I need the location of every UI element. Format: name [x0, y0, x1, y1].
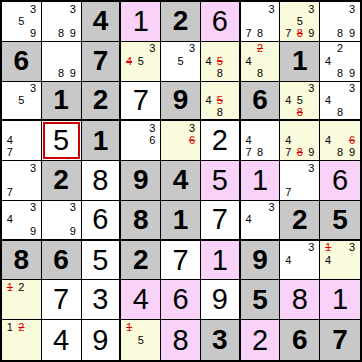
- solved-digit: 8: [92, 166, 108, 195]
- candidate-grid: 458: [203, 83, 237, 119]
- candidate-grid: 2489: [322, 43, 358, 80]
- candidate-digit: 9: [346, 67, 358, 79]
- solved-digit: 9: [212, 285, 228, 314]
- candidate-grid: 359: [4, 3, 39, 40]
- cell-r5c4[interactable]: 9: [121, 161, 161, 201]
- cell-r7c9[interactable]: 134: [320, 241, 360, 281]
- candidate-grid: 134: [322, 242, 358, 279]
- cell-r3c1[interactable]: 35: [2, 82, 42, 122]
- cell-r4c5[interactable]: 36: [161, 121, 201, 161]
- candidate-digit: 4: [243, 135, 255, 147]
- cell-r6c7[interactable]: 34: [241, 201, 281, 241]
- cell-r9c8[interactable]: 6: [280, 320, 320, 360]
- cell-r4c9[interactable]: 4689: [320, 121, 360, 161]
- candidate-digit: 2: [334, 43, 346, 55]
- cell-r4c1[interactable]: 47: [2, 121, 42, 161]
- solved-digit: 8: [172, 326, 188, 355]
- solved-digit: 1: [212, 246, 228, 275]
- eliminated-candidate: 1: [322, 242, 334, 254]
- cell-r6c1[interactable]: 349: [2, 201, 42, 241]
- cell-r6c9[interactable]: 5: [320, 201, 360, 241]
- solved-digit: 1: [133, 7, 149, 36]
- candidate-digit: 8: [334, 67, 346, 79]
- candidate-digit: 8: [55, 28, 67, 40]
- candidate-digit: 8: [334, 28, 346, 40]
- candidate-digit: 5: [294, 15, 306, 27]
- cell-r8c4[interactable]: 4: [121, 280, 161, 320]
- solved-digit: 6: [212, 7, 228, 36]
- cell-r6c3[interactable]: 6: [82, 201, 122, 241]
- candidate-grid: 35: [163, 43, 198, 80]
- candidate-digit: 3: [27, 3, 39, 15]
- cell-r7c1[interactable]: 8: [2, 241, 42, 281]
- given-digit: 7: [332, 326, 348, 354]
- given-digit: 6: [53, 246, 69, 274]
- cell-r8c3[interactable]: 3: [82, 280, 122, 320]
- candidate-digit: 7: [282, 147, 294, 159]
- cell-r6c2[interactable]: 39: [42, 201, 82, 241]
- candidate-digit: 8: [254, 147, 266, 159]
- eliminated-candidate: 6: [186, 135, 198, 147]
- eliminated-candidate: 5: [214, 94, 225, 106]
- candidate-digit: 4: [203, 55, 214, 67]
- candidate-grid: 248: [243, 43, 278, 80]
- candidate-digit: 2: [16, 281, 28, 293]
- cell-r5c1[interactable]: 37: [2, 161, 42, 201]
- cell-r8c5[interactable]: 6: [161, 280, 201, 320]
- cell-r6c5[interactable]: 1: [161, 201, 201, 241]
- cell-r1c2[interactable]: 389: [42, 2, 82, 42]
- candidate-grid: 35: [4, 83, 39, 119]
- cell-r3c8[interactable]: 3458: [280, 82, 320, 122]
- candidate-digit: 5: [175, 55, 187, 67]
- solved-digit: 6: [92, 205, 108, 234]
- candidate-digit: 4: [4, 214, 16, 226]
- cell-r1c8[interactable]: 35789: [280, 2, 320, 42]
- candidate-digit: 3: [306, 83, 318, 95]
- given-digit: 8: [133, 206, 149, 234]
- solved-digit: 5: [53, 126, 69, 155]
- candidate-digit: 7: [4, 187, 16, 199]
- cell-r2c9[interactable]: 2489: [320, 42, 360, 82]
- solved-digit: 9: [92, 326, 108, 355]
- candidate-digit: 4: [322, 135, 334, 147]
- given-digit: 6: [252, 86, 268, 114]
- eliminated-candidate: 8: [294, 28, 306, 40]
- cell-r4c2[interactable]: 5: [42, 121, 82, 161]
- solved-digit: 2: [252, 326, 268, 355]
- candidate-digit: 3: [147, 122, 159, 134]
- cell-r4c3[interactable]: 1: [82, 121, 122, 161]
- candidate-grid: 39: [44, 202, 79, 238]
- cell-r5c3[interactable]: 8: [82, 161, 122, 201]
- candidate-grid: 3458: [282, 83, 317, 119]
- solved-digit: 5: [92, 246, 108, 275]
- eliminated-candidate: 8: [294, 106, 306, 118]
- candidate-digit: 4: [203, 94, 214, 106]
- solved-digit: 7: [212, 205, 228, 234]
- candidate-grid: 12: [4, 281, 39, 318]
- cell-r8c1[interactable]: 12: [2, 280, 42, 320]
- cell-r1c3[interactable]: 4: [82, 2, 122, 42]
- candidate-digit: 8: [334, 147, 346, 159]
- candidate-grid: 37: [4, 162, 39, 199]
- candidate-digit: 9: [306, 147, 318, 159]
- candidate-grid: 378: [243, 3, 278, 40]
- eliminated-candidate: 5: [214, 55, 225, 67]
- candidate-digit: 5: [16, 94, 28, 106]
- given-digit: 1: [173, 206, 189, 234]
- cell-r6c6[interactable]: 7: [201, 201, 241, 241]
- cell-r7c6[interactable]: 1: [201, 241, 241, 281]
- candidate-grid: 349: [4, 202, 39, 238]
- solved-digit: 8: [292, 285, 308, 314]
- candidate-digit: 8: [214, 106, 225, 118]
- cell-r5c8[interactable]: 37: [280, 161, 320, 201]
- given-digit: 9: [133, 166, 149, 194]
- given-digit: 1: [292, 47, 308, 75]
- cell-r9c9[interactable]: 7: [320, 320, 360, 360]
- given-digit: 1: [93, 127, 109, 155]
- given-digit: 2: [173, 7, 189, 35]
- eliminated-candidate: 1: [4, 281, 16, 293]
- candidate-digit: 7: [243, 28, 255, 40]
- candidate-grid: 4689: [322, 122, 358, 159]
- given-digit: 7: [93, 47, 109, 75]
- candidate-grid: 89: [44, 43, 79, 80]
- cell-r1c9[interactable]: 389: [320, 2, 360, 42]
- cell-r2c3[interactable]: 7: [82, 42, 122, 82]
- candidate-digit: 3: [186, 122, 198, 134]
- cell-r2c2[interactable]: 89: [42, 42, 82, 82]
- candidate-digit: 9: [346, 147, 358, 159]
- cell-r5c9[interactable]: 6: [320, 161, 360, 201]
- candidate-grid: 478: [243, 122, 278, 159]
- cell-r1c7[interactable]: 378: [241, 2, 281, 42]
- candidate-digit: 8: [254, 28, 266, 40]
- cell-r9c3[interactable]: 9: [82, 320, 122, 360]
- candidate-grid: 389: [322, 3, 358, 40]
- candidate-digit: 8: [214, 67, 225, 79]
- cell-r1c5[interactable]: 2: [161, 2, 201, 42]
- cell-r4c8[interactable]: 4789: [280, 121, 320, 161]
- candidate-digit: 9: [27, 226, 39, 238]
- cell-r3c4[interactable]: 7: [121, 82, 161, 122]
- candidate-digit: 7: [243, 147, 255, 159]
- cell-r3c6[interactable]: 458: [201, 82, 241, 122]
- candidate-digit: 9: [67, 226, 79, 238]
- candidate-grid: 35789: [282, 3, 317, 40]
- candidate-grid: 34: [282, 242, 317, 279]
- candidate-digit: 3: [266, 202, 278, 214]
- candidate-digit: 3: [67, 3, 79, 15]
- candidate-grid: 345: [123, 43, 158, 80]
- cell-r7c8[interactable]: 34: [280, 241, 320, 281]
- eliminated-candidate: 4: [123, 55, 135, 67]
- cell-r9c7[interactable]: 2: [241, 320, 281, 360]
- candidate-grid: 36: [123, 122, 158, 159]
- given-digit: 9: [252, 246, 268, 274]
- cell-r4c6[interactable]: 2: [201, 121, 241, 161]
- candidate-digit: 8: [334, 106, 346, 118]
- candidate-grid: 12: [4, 321, 39, 359]
- solved-digit: 7: [133, 86, 149, 115]
- solved-digit: 4: [53, 326, 69, 355]
- candidate-digit: 3: [346, 3, 358, 15]
- candidate-digit: 4: [243, 214, 255, 226]
- solved-digit: 4: [133, 285, 149, 314]
- candidate-digit: 1: [4, 321, 16, 334]
- candidate-digit: 6: [147, 135, 159, 147]
- cell-r3c2[interactable]: 1: [42, 82, 82, 122]
- given-digit: 4: [173, 166, 189, 194]
- candidate-digit: 4: [322, 254, 334, 266]
- cell-r8c6[interactable]: 9: [201, 280, 241, 320]
- candidate-digit: 5: [16, 15, 28, 27]
- eliminated-candidate: 8: [294, 147, 306, 159]
- candidate-grid: 389: [44, 3, 79, 40]
- candidate-digit: 5: [294, 94, 306, 106]
- candidate-digit: 3: [306, 162, 318, 174]
- given-digit: 2: [133, 246, 149, 274]
- cell-r2c5[interactable]: 35: [161, 42, 201, 82]
- candidate-digit: 3: [186, 43, 198, 55]
- given-digit: 2: [292, 206, 308, 234]
- candidate-digit: 9: [346, 28, 358, 40]
- given-digit: 9: [173, 86, 189, 114]
- candidate-digit: 7: [282, 187, 294, 199]
- candidate-digit: 4: [322, 55, 334, 67]
- candidate-digit: 3: [27, 83, 39, 95]
- given-digit: 1: [53, 86, 69, 114]
- candidate-grid: 4789: [282, 122, 317, 159]
- solved-digit: 7: [53, 285, 69, 314]
- cell-r2c7[interactable]: 248: [241, 42, 281, 82]
- solved-digit: 1: [252, 166, 268, 195]
- solved-digit: 6: [172, 285, 188, 314]
- cell-r9c6[interactable]: 3: [201, 320, 241, 360]
- cell-r8c8[interactable]: 8: [280, 280, 320, 320]
- given-digit: 4: [93, 7, 109, 35]
- cell-r9c4[interactable]: 15: [121, 320, 161, 360]
- candidate-digit: 3: [306, 242, 318, 254]
- cell-r6c4[interactable]: 8: [121, 201, 161, 241]
- cell-r7c2[interactable]: 6: [42, 241, 82, 281]
- candidate-digit: 4: [322, 94, 334, 106]
- given-digit: 5: [252, 286, 268, 314]
- candidate-digit: 3: [266, 3, 278, 15]
- cell-r9c2[interactable]: 4: [42, 320, 82, 360]
- candidate-digit: 3: [67, 202, 79, 214]
- cell-r1c6[interactable]: 6: [201, 2, 241, 42]
- candidate-grid: 348: [322, 83, 358, 119]
- cell-r2c4[interactable]: 345: [121, 42, 161, 82]
- given-digit: 3: [212, 326, 228, 354]
- candidate-digit: 9: [306, 28, 318, 40]
- candidate-digit: 3: [306, 3, 318, 15]
- sudoku-board: 3593894126378357893896897345354582481248…: [0, 0, 362, 362]
- candidate-digit: 4: [282, 94, 294, 106]
- candidate-grid: 47: [4, 122, 39, 159]
- cell-r1c4[interactable]: 1: [121, 2, 161, 42]
- cell-r1c1[interactable]: 359: [2, 2, 42, 42]
- candidate-digit: 8: [254, 67, 266, 79]
- candidate-digit: 3: [147, 43, 159, 55]
- candidate-grid: 34: [243, 202, 278, 238]
- cell-r7c3[interactable]: 5: [82, 241, 122, 281]
- cell-r4c4[interactable]: 36: [121, 121, 161, 161]
- candidate-digit: 9: [67, 28, 79, 40]
- candidate-digit: 3: [27, 202, 39, 214]
- cell-r8c2[interactable]: 7: [42, 280, 82, 320]
- given-digit: 6: [14, 47, 30, 75]
- solved-digit: 6: [332, 166, 348, 195]
- cell-r7c7[interactable]: 9: [241, 241, 281, 281]
- cell-r7c5[interactable]: 7: [161, 241, 201, 281]
- candidate-digit: 9: [27, 28, 39, 40]
- cell-r3c3[interactable]: 2: [82, 82, 122, 122]
- eliminated-candidate: 2: [16, 321, 28, 334]
- given-digit: 6: [292, 326, 308, 354]
- candidate-digit: 9: [67, 67, 79, 79]
- candidate-digit: 4: [282, 254, 294, 266]
- candidate-digit: 7: [4, 147, 16, 159]
- candidate-digit: 7: [282, 28, 294, 40]
- candidate-grid: 15: [123, 321, 158, 359]
- cell-r3c7[interactable]: 6: [241, 82, 281, 122]
- candidate-digit: 8: [55, 67, 67, 79]
- cell-r3c9[interactable]: 348: [320, 82, 360, 122]
- eliminated-candidate: 2: [254, 43, 266, 55]
- solved-digit: 2: [212, 126, 228, 155]
- cell-r6c8[interactable]: 2: [280, 201, 320, 241]
- candidate-digit: 5: [135, 334, 147, 347]
- cell-r2c6[interactable]: 458: [201, 42, 241, 82]
- given-digit: 5: [332, 206, 348, 234]
- solved-digit: 5: [212, 166, 228, 195]
- candidate-digit: 3: [346, 242, 358, 254]
- cell-r2c8[interactable]: 1: [280, 42, 320, 82]
- given-digit: 2: [93, 86, 109, 114]
- candidate-digit: 4: [282, 135, 294, 147]
- cell-r5c7[interactable]: 1: [241, 161, 281, 201]
- solved-digit: 1: [332, 285, 348, 314]
- solved-digit: 7: [172, 246, 188, 275]
- cell-r3c5[interactable]: 9: [161, 82, 201, 122]
- candidate-grid: 37: [282, 162, 317, 199]
- given-digit: 8: [14, 246, 30, 274]
- cell-r8c7[interactable]: 5: [241, 280, 281, 320]
- cell-r4c7[interactable]: 478: [241, 121, 281, 161]
- eliminated-candidate: 6: [346, 135, 358, 147]
- cell-r5c6[interactable]: 5: [201, 161, 241, 201]
- candidate-digit: 4: [243, 55, 255, 67]
- candidate-digit: 5: [135, 55, 147, 67]
- solved-digit: 3: [92, 285, 108, 314]
- cell-r5c5[interactable]: 4: [161, 161, 201, 201]
- candidate-grid: 458: [203, 43, 237, 80]
- cell-r2c1[interactable]: 6: [2, 42, 42, 82]
- cell-r8c9[interactable]: 1: [320, 280, 360, 320]
- cell-r9c5[interactable]: 8: [161, 320, 201, 360]
- cell-r7c4[interactable]: 2: [121, 241, 161, 281]
- candidate-grid: 36: [163, 122, 198, 159]
- cell-r9c1[interactable]: 12: [2, 320, 42, 360]
- candidate-digit: 3: [346, 83, 358, 95]
- given-digit: 2: [53, 166, 69, 194]
- candidate-digit: 3: [27, 162, 39, 174]
- candidate-digit: 4: [4, 135, 16, 147]
- cell-r5c2[interactable]: 2: [42, 161, 82, 201]
- eliminated-candidate: 1: [123, 321, 135, 334]
